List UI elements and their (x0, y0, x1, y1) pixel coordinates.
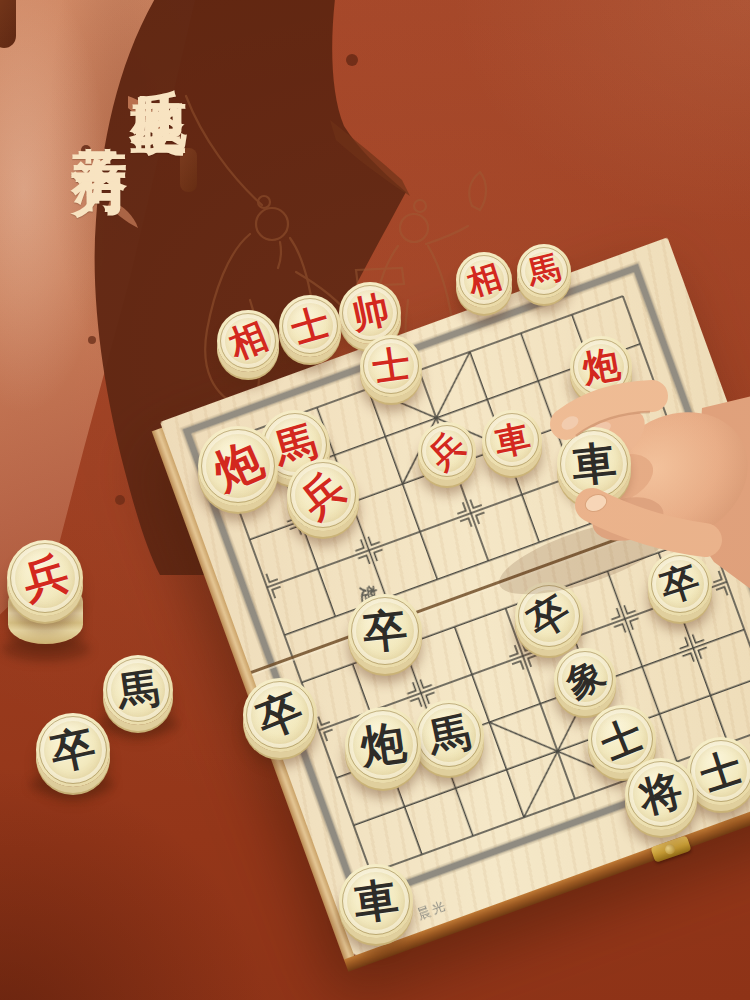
piece-character: 炮 (578, 339, 623, 395)
piece-character: 士 (369, 339, 413, 394)
piece-character: 車 (569, 432, 619, 495)
piece-character: 卒 (360, 599, 410, 662)
piece-character: 車 (350, 869, 402, 934)
product-photo-stage: 质地坚硬 落子有力 楚河 晨光 馬相炮帅士相士車馬炮兵兵卒卒卒象卒馬炮士車士将兵… (0, 0, 750, 1000)
xiangqi-piece[interactable]: 車 (557, 427, 631, 501)
piece-character: 馬 (114, 660, 162, 720)
piece-character: 炮 (357, 712, 410, 778)
held-piece-layer: 車 (0, 0, 750, 1000)
